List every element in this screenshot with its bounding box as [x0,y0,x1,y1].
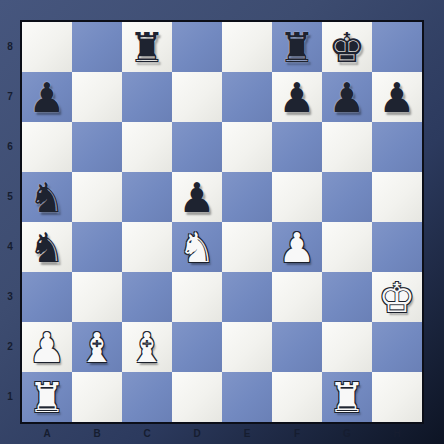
file-label-e: E [222,424,272,444]
square-f7[interactable]: ♟ [272,72,322,122]
square-g2[interactable] [322,322,372,372]
rank-label-2: 2 [0,322,20,372]
square-g7[interactable]: ♟ [322,72,372,122]
piece-white-king[interactable]: ♚ [372,272,422,322]
square-g5[interactable] [322,172,372,222]
square-d3[interactable] [172,272,222,322]
square-f2[interactable] [272,322,322,372]
square-f6[interactable] [272,122,322,172]
square-g4[interactable] [322,222,372,272]
square-h3[interactable]: ♚ [372,272,422,322]
piece-white-knight[interactable]: ♞ [172,222,222,272]
square-e8[interactable] [222,22,272,72]
rank-labels: 87654321 [0,22,20,422]
square-d1[interactable] [172,372,222,422]
square-d4[interactable]: ♞ [172,222,222,272]
square-d8[interactable] [172,22,222,72]
square-f3[interactable] [272,272,322,322]
rank-label-8: 8 [0,22,20,72]
piece-black-pawn[interactable]: ♟ [272,72,322,122]
square-a1[interactable]: ♜ [22,372,72,422]
square-c7[interactable] [122,72,172,122]
square-c2[interactable]: ♝ [122,322,172,372]
square-a5[interactable]: ♞ [22,172,72,222]
square-b2[interactable]: ♝ [72,322,122,372]
rank-label-3: 3 [0,272,20,322]
square-b3[interactable] [72,272,122,322]
square-e1[interactable] [222,372,272,422]
square-e2[interactable] [222,322,272,372]
piece-black-rook[interactable]: ♜ [272,22,322,72]
file-label-a: A [22,424,72,444]
square-b8[interactable] [72,22,122,72]
square-b6[interactable] [72,122,122,172]
file-label-h: H [372,424,422,444]
square-h5[interactable] [372,172,422,222]
chessboard-frame: 87654321 ♜♜♚♟♟♟♟♞♟♞♞♟♚♟♝♝♜♜ ABCDEFGH [0,0,444,444]
square-c6[interactable] [122,122,172,172]
square-g6[interactable] [322,122,372,172]
square-h6[interactable] [372,122,422,172]
rank-label-5: 5 [0,172,20,222]
square-g1[interactable]: ♜ [322,372,372,422]
square-h1[interactable] [372,372,422,422]
piece-black-pawn[interactable]: ♟ [372,72,422,122]
rank-label-1: 1 [0,372,20,422]
square-f5[interactable] [272,172,322,222]
square-f8[interactable]: ♜ [272,22,322,72]
piece-black-pawn[interactable]: ♟ [172,172,222,222]
chessboard[interactable]: ♜♜♚♟♟♟♟♞♟♞♞♟♚♟♝♝♜♜ [20,20,424,424]
file-label-g: G [322,424,372,444]
file-label-c: C [122,424,172,444]
square-c5[interactable] [122,172,172,222]
square-g8[interactable]: ♚ [322,22,372,72]
file-label-f: F [272,424,322,444]
square-e4[interactable] [222,222,272,272]
square-b1[interactable] [72,372,122,422]
square-g3[interactable] [322,272,372,322]
square-d5[interactable]: ♟ [172,172,222,222]
square-a6[interactable] [22,122,72,172]
square-a7[interactable]: ♟ [22,72,72,122]
square-h7[interactable]: ♟ [372,72,422,122]
square-f1[interactable] [272,372,322,422]
square-a8[interactable] [22,22,72,72]
square-h2[interactable] [372,322,422,372]
piece-black-pawn[interactable]: ♟ [22,72,72,122]
square-d6[interactable] [172,122,222,172]
square-e3[interactable] [222,272,272,322]
square-f4[interactable]: ♟ [272,222,322,272]
square-d2[interactable] [172,322,222,372]
rank-label-7: 7 [0,72,20,122]
square-h4[interactable] [372,222,422,272]
piece-black-rook[interactable]: ♜ [122,22,172,72]
piece-black-knight[interactable]: ♞ [22,172,72,222]
piece-black-knight[interactable]: ♞ [22,222,72,272]
piece-black-king[interactable]: ♚ [322,22,372,72]
square-a4[interactable]: ♞ [22,222,72,272]
square-c4[interactable] [122,222,172,272]
square-e7[interactable] [222,72,272,122]
file-label-d: D [172,424,222,444]
rank-label-6: 6 [0,122,20,172]
square-b4[interactable] [72,222,122,272]
square-c8[interactable]: ♜ [122,22,172,72]
square-b7[interactable] [72,72,122,122]
rank-label-4: 4 [0,222,20,272]
piece-white-rook[interactable]: ♜ [22,372,72,422]
piece-white-pawn[interactable]: ♟ [22,322,72,372]
piece-white-bishop[interactable]: ♝ [72,322,122,372]
piece-black-pawn[interactable]: ♟ [322,72,372,122]
square-e5[interactable] [222,172,272,222]
file-label-b: B [72,424,122,444]
piece-white-bishop[interactable]: ♝ [122,322,172,372]
square-c3[interactable] [122,272,172,322]
piece-white-rook[interactable]: ♜ [322,372,372,422]
square-d7[interactable] [172,72,222,122]
file-labels: ABCDEFGH [22,424,422,444]
square-a2[interactable]: ♟ [22,322,72,372]
square-c1[interactable] [122,372,172,422]
piece-white-pawn[interactable]: ♟ [272,222,322,272]
square-b5[interactable] [72,172,122,222]
square-h8[interactable] [372,22,422,72]
square-a3[interactable] [22,272,72,322]
square-e6[interactable] [222,122,272,172]
